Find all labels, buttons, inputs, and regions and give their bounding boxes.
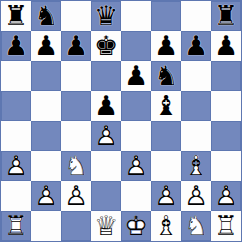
square-c7[interactable]: ♟: [61, 31, 91, 61]
square-a1[interactable]: ♜♖: [1, 211, 31, 241]
square-b3[interactable]: [31, 151, 61, 181]
white-queen-outline-icon: ♕: [94, 212, 118, 239]
square-a5[interactable]: [1, 91, 31, 121]
piece-white-pawn[interactable]: ♟♙: [1, 151, 31, 181]
piece-white-queen[interactable]: ♛♕: [91, 211, 121, 241]
black-pawn-icon: ♟: [4, 32, 28, 59]
piece-white-pawn[interactable]: ♟♙: [61, 181, 91, 211]
white-rook-outline-icon: ♖: [4, 212, 28, 239]
black-pawn-icon: ♟: [124, 62, 148, 89]
black-rook-icon: ♜: [214, 2, 238, 29]
square-b2[interactable]: ♟♙: [31, 181, 61, 211]
white-bishop-outline-icon: ♗: [154, 212, 178, 239]
piece-white-pawn[interactable]: ♟♙: [31, 181, 61, 211]
piece-white-rook[interactable]: ♜♖: [211, 211, 241, 241]
square-g6[interactable]: [181, 61, 211, 91]
square-d5[interactable]: ♟: [91, 91, 121, 121]
square-e4[interactable]: [121, 121, 151, 151]
square-f6[interactable]: ♞: [151, 61, 181, 91]
black-pawn-icon: ♟: [184, 32, 208, 59]
piece-black-knight[interactable]: ♞: [31, 1, 61, 31]
piece-black-pawn[interactable]: ♟: [211, 31, 241, 61]
piece-white-bishop[interactable]: ♝♗: [181, 151, 211, 181]
square-f5[interactable]: ♝: [151, 91, 181, 121]
square-c6[interactable]: [61, 61, 91, 91]
square-d6[interactable]: [91, 61, 121, 91]
black-pawn-icon: ♟: [34, 32, 58, 59]
square-e7[interactable]: [121, 31, 151, 61]
square-f8[interactable]: [151, 1, 181, 31]
square-g1[interactable]: ♞♘: [181, 211, 211, 241]
white-pawn-outline-icon: ♙: [214, 182, 238, 209]
square-d2[interactable]: [91, 181, 121, 211]
square-f4[interactable]: [151, 121, 181, 151]
piece-black-pawn[interactable]: ♟: [91, 91, 121, 121]
square-e6[interactable]: ♟: [121, 61, 151, 91]
square-b1[interactable]: [31, 211, 61, 241]
square-f2[interactable]: ♟♙: [151, 181, 181, 211]
piece-white-pawn[interactable]: ♟♙: [151, 181, 181, 211]
white-bishop-outline-icon: ♗: [184, 152, 208, 179]
piece-black-rook[interactable]: ♜: [1, 1, 31, 31]
piece-black-pawn[interactable]: ♟: [151, 31, 181, 61]
square-g7[interactable]: ♟: [181, 31, 211, 61]
square-f3[interactable]: [151, 151, 181, 181]
square-d8[interactable]: ♛: [91, 1, 121, 31]
square-h5[interactable]: [211, 91, 241, 121]
square-b4[interactable]: [31, 121, 61, 151]
white-pawn-outline-icon: ♙: [184, 182, 208, 209]
square-a2[interactable]: [1, 181, 31, 211]
square-d4[interactable]: ♟♙: [91, 121, 121, 151]
black-queen-icon: ♛: [94, 2, 118, 29]
square-h4[interactable]: [211, 121, 241, 151]
square-c1[interactable]: [61, 211, 91, 241]
square-g2[interactable]: ♟♙: [181, 181, 211, 211]
square-c5[interactable]: [61, 91, 91, 121]
white-knight-outline-icon: ♘: [64, 152, 88, 179]
piece-white-knight[interactable]: ♞♘: [61, 151, 91, 181]
white-pawn-outline-icon: ♙: [4, 152, 28, 179]
piece-white-pawn[interactable]: ♟♙: [121, 151, 151, 181]
square-g5[interactable]: [181, 91, 211, 121]
square-g4[interactable]: [181, 121, 211, 151]
square-g3[interactable]: ♝♗: [181, 151, 211, 181]
square-e8[interactable]: [121, 1, 151, 31]
square-h7[interactable]: ♟: [211, 31, 241, 61]
piece-black-bishop[interactable]: ♝: [151, 91, 181, 121]
square-c2[interactable]: ♟♙: [61, 181, 91, 211]
black-pawn-icon: ♟: [214, 32, 238, 59]
piece-white-bishop[interactable]: ♝♗: [151, 211, 181, 241]
square-e1[interactable]: ♚♔: [121, 211, 151, 241]
square-a7[interactable]: ♟: [1, 31, 31, 61]
black-pawn-icon: ♟: [94, 92, 118, 119]
square-a6[interactable]: [1, 61, 31, 91]
piece-white-pawn[interactable]: ♟♙: [211, 181, 241, 211]
white-rook-outline-icon: ♖: [214, 212, 238, 239]
square-b6[interactable]: [31, 61, 61, 91]
white-pawn-outline-icon: ♙: [34, 182, 58, 209]
black-pawn-icon: ♟: [64, 32, 88, 59]
square-h2[interactable]: ♟♙: [211, 181, 241, 211]
white-pawn-outline-icon: ♙: [64, 182, 88, 209]
piece-black-pawn[interactable]: ♟: [1, 31, 31, 61]
square-d7[interactable]: ♚: [91, 31, 121, 61]
chess-board: ♜♞♛♜♟♟♟♚♟♟♟♟♞♟♝♟♙♟♙♞♘♟♙♝♗♟♙♟♙♟♙♟♙♟♙♜♖♛♕♚…: [0, 0, 242, 242]
square-e3[interactable]: ♟♙: [121, 151, 151, 181]
square-b7[interactable]: ♟: [31, 31, 61, 61]
square-d3[interactable]: [91, 151, 121, 181]
piece-black-rook[interactable]: ♜: [211, 1, 241, 31]
piece-black-pawn[interactable]: ♟: [61, 31, 91, 61]
square-c3[interactable]: ♞♘: [61, 151, 91, 181]
white-king-outline-icon: ♔: [124, 212, 148, 239]
black-rook-icon: ♜: [4, 2, 28, 29]
square-b5[interactable]: [31, 91, 61, 121]
square-d1[interactable]: ♛♕: [91, 211, 121, 241]
square-a8[interactable]: ♜: [1, 1, 31, 31]
piece-white-knight[interactable]: ♞♘: [181, 211, 211, 241]
square-h3[interactable]: [211, 151, 241, 181]
white-knight-outline-icon: ♘: [184, 212, 208, 239]
white-pawn-outline-icon: ♙: [154, 182, 178, 209]
square-c8[interactable]: [61, 1, 91, 31]
square-e2[interactable]: [121, 181, 151, 211]
square-h6[interactable]: [211, 61, 241, 91]
black-bishop-icon: ♝: [154, 92, 178, 119]
square-a4[interactable]: [1, 121, 31, 151]
piece-black-pawn[interactable]: ♟: [121, 61, 151, 91]
square-e5[interactable]: [121, 91, 151, 121]
square-a3[interactable]: ♟♙: [1, 151, 31, 181]
black-king-icon: ♚: [94, 32, 118, 59]
square-g8[interactable]: [181, 1, 211, 31]
square-c4[interactable]: [61, 121, 91, 151]
piece-white-pawn[interactable]: ♟♙: [181, 181, 211, 211]
square-b8[interactable]: ♞: [31, 1, 61, 31]
white-pawn-outline-icon: ♙: [124, 152, 148, 179]
piece-black-king[interactable]: ♚: [91, 31, 121, 61]
black-knight-icon: ♞: [154, 62, 178, 89]
square-h8[interactable]: ♜: [211, 1, 241, 31]
piece-black-knight[interactable]: ♞: [151, 61, 181, 91]
black-knight-icon: ♞: [34, 2, 58, 29]
white-pawn-outline-icon: ♙: [94, 122, 118, 149]
piece-white-rook[interactable]: ♜♖: [1, 211, 31, 241]
piece-black-pawn[interactable]: ♟: [181, 31, 211, 61]
square-f7[interactable]: ♟: [151, 31, 181, 61]
piece-white-pawn[interactable]: ♟♙: [91, 121, 121, 151]
piece-black-queen[interactable]: ♛: [91, 1, 121, 31]
piece-black-pawn[interactable]: ♟: [31, 31, 61, 61]
square-h1[interactable]: ♜♖: [211, 211, 241, 241]
black-pawn-icon: ♟: [154, 32, 178, 59]
piece-white-king[interactable]: ♚♔: [121, 211, 151, 241]
square-f1[interactable]: ♝♗: [151, 211, 181, 241]
